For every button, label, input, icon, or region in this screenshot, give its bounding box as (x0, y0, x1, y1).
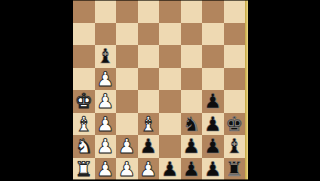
square-a1[interactable]: ♜ (73, 158, 95, 181)
square-f2[interactable]: ♟ (181, 135, 203, 158)
square-g4[interactable]: ♟ (202, 90, 224, 113)
board-right-edge-stripe (245, 0, 248, 180)
square-a8[interactable] (73, 0, 95, 23)
square-c1[interactable]: ♟ (116, 158, 138, 181)
square-e1[interactable]: ♟ (159, 158, 181, 181)
square-d6[interactable] (138, 45, 160, 68)
piece-black-pawn[interactable]: ♟ (204, 158, 222, 180)
square-c6[interactable] (116, 45, 138, 68)
square-a6[interactable] (73, 45, 95, 68)
piece-white-king[interactable]: ♚ (75, 90, 93, 112)
piece-black-bishop[interactable]: ♝ (225, 135, 243, 157)
square-h6[interactable] (224, 45, 246, 68)
piece-white-pawn[interactable]: ♟ (139, 158, 157, 180)
square-g7[interactable] (202, 23, 224, 46)
piece-white-pawn[interactable]: ♟ (118, 158, 136, 180)
square-f4[interactable] (181, 90, 203, 113)
square-b6[interactable]: ♝ (95, 45, 117, 68)
square-b8[interactable] (95, 0, 117, 23)
piece-black-rook[interactable]: ♜ (225, 158, 243, 180)
letterbox-right (248, 0, 320, 180)
piece-black-bishop[interactable]: ♝ (96, 45, 114, 67)
square-d3[interactable]: ♝ (138, 113, 160, 136)
square-c7[interactable] (116, 23, 138, 46)
piece-black-pawn[interactable]: ♟ (204, 90, 222, 112)
square-b7[interactable] (95, 23, 117, 46)
square-b4[interactable]: ♟ (95, 90, 117, 113)
square-a4[interactable]: ♚ (73, 90, 95, 113)
square-c3[interactable] (116, 113, 138, 136)
board-bottom-edge (73, 179, 248, 180)
piece-white-pawn[interactable]: ♟ (96, 158, 114, 180)
piece-white-pawn[interactable]: ♟ (96, 113, 114, 135)
square-c4[interactable] (116, 90, 138, 113)
square-a3[interactable]: ♝ (73, 113, 95, 136)
square-a5[interactable] (73, 68, 95, 91)
square-e5[interactable] (159, 68, 181, 91)
piece-white-pawn[interactable]: ♟ (96, 135, 114, 157)
square-f1[interactable]: ♟ (181, 158, 203, 181)
square-g2[interactable]: ♟ (202, 135, 224, 158)
square-g8[interactable] (202, 0, 224, 23)
square-d5[interactable] (138, 68, 160, 91)
square-d2[interactable]: ♟ (138, 135, 160, 158)
square-d1[interactable]: ♟ (138, 158, 160, 181)
square-h5[interactable] (224, 68, 246, 91)
square-f5[interactable] (181, 68, 203, 91)
square-f3[interactable]: ♞ (181, 113, 203, 136)
square-c5[interactable] (116, 68, 138, 91)
video-frame: ♝♟♚♟♟♝♟♝♞♟♚♞♟♟♟♟♟♝♜♟♟♟♟♟♟♜ (0, 0, 320, 180)
square-h7[interactable] (224, 23, 246, 46)
square-h4[interactable] (224, 90, 246, 113)
piece-black-pawn[interactable]: ♟ (182, 158, 200, 180)
square-g6[interactable] (202, 45, 224, 68)
square-g1[interactable]: ♟ (202, 158, 224, 181)
square-h3[interactable]: ♚ (224, 113, 246, 136)
square-a7[interactable] (73, 23, 95, 46)
chess-board: ♝♟♚♟♟♝♟♝♞♟♚♞♟♟♟♟♟♝♜♟♟♟♟♟♟♜ (73, 0, 245, 180)
square-e2[interactable] (159, 135, 181, 158)
square-h1[interactable]: ♜ (224, 158, 246, 181)
square-f7[interactable] (181, 23, 203, 46)
square-b3[interactable]: ♟ (95, 113, 117, 136)
piece-white-pawn[interactable]: ♟ (96, 90, 114, 112)
square-c8[interactable] (116, 0, 138, 23)
square-b2[interactable]: ♟ (95, 135, 117, 158)
square-e3[interactable] (159, 113, 181, 136)
square-f6[interactable] (181, 45, 203, 68)
square-g3[interactable]: ♟ (202, 113, 224, 136)
square-d8[interactable] (138, 0, 160, 23)
piece-black-king[interactable]: ♚ (225, 113, 243, 135)
piece-white-bishop[interactable]: ♝ (75, 113, 93, 135)
piece-white-pawn[interactable]: ♟ (96, 68, 114, 90)
square-h8[interactable] (224, 0, 246, 23)
square-a2[interactable]: ♞ (73, 135, 95, 158)
piece-black-pawn[interactable]: ♟ (204, 113, 222, 135)
square-d4[interactable] (138, 90, 160, 113)
square-e7[interactable] (159, 23, 181, 46)
square-e6[interactable] (159, 45, 181, 68)
piece-black-knight[interactable]: ♞ (182, 113, 200, 135)
square-g5[interactable] (202, 68, 224, 91)
square-b1[interactable]: ♟ (95, 158, 117, 181)
square-c2[interactable]: ♟ (116, 135, 138, 158)
square-e8[interactable] (159, 0, 181, 23)
piece-black-pawn[interactable]: ♟ (139, 135, 157, 157)
piece-white-rook[interactable]: ♜ (75, 158, 93, 180)
letterbox-left (0, 0, 73, 180)
board-top-edge (73, 0, 248, 1)
piece-black-pawn[interactable]: ♟ (204, 135, 222, 157)
piece-white-pawn[interactable]: ♟ (118, 135, 136, 157)
piece-black-pawn[interactable]: ♟ (161, 158, 179, 180)
square-e4[interactable] (159, 90, 181, 113)
piece-white-bishop[interactable]: ♝ (139, 113, 157, 135)
piece-black-pawn[interactable]: ♟ (182, 135, 200, 157)
square-b5[interactable]: ♟ (95, 68, 117, 91)
square-d7[interactable] (138, 23, 160, 46)
piece-white-knight[interactable]: ♞ (75, 135, 93, 157)
square-f8[interactable] (181, 0, 203, 23)
square-h2[interactable]: ♝ (224, 135, 246, 158)
